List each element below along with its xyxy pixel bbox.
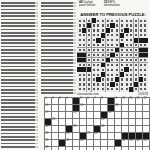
grid-cell bbox=[87, 82, 91, 87]
grid-cell bbox=[106, 87, 110, 92]
grid-cell bbox=[77, 48, 81, 53]
grid-cell[interactable]: 34 bbox=[136, 140, 142, 146]
grid-cell bbox=[115, 23, 119, 28]
grid-cell bbox=[101, 48, 105, 53]
black-cell bbox=[73, 105, 79, 111]
grid-cell bbox=[92, 43, 96, 48]
grid-cell bbox=[96, 82, 100, 87]
grid-cell bbox=[92, 72, 96, 77]
grid-cell[interactable] bbox=[87, 119, 93, 125]
grid-cell bbox=[120, 18, 124, 23]
grid-cell bbox=[110, 18, 114, 23]
clue-number: 6 bbox=[87, 98, 88, 101]
grid-cell bbox=[92, 33, 96, 38]
grid-cell bbox=[143, 58, 147, 63]
black-cell bbox=[120, 72, 124, 77]
black-cell bbox=[134, 82, 138, 87]
clue-number: 4 bbox=[66, 98, 67, 101]
grid-cell bbox=[82, 38, 86, 43]
grid-cell[interactable] bbox=[108, 126, 114, 132]
grid-cell bbox=[82, 18, 86, 23]
grid-cell bbox=[101, 53, 105, 58]
clue-number: 25 bbox=[45, 133, 48, 136]
black-cell bbox=[124, 67, 128, 72]
grid-cell bbox=[92, 28, 96, 33]
black-cell bbox=[82, 58, 86, 63]
grid-cell bbox=[129, 48, 133, 53]
grid-cell[interactable]: 17 bbox=[45, 112, 51, 118]
grid-cell bbox=[101, 43, 105, 48]
grid-cell[interactable] bbox=[52, 105, 58, 111]
black-cell bbox=[106, 58, 110, 63]
grid-cell[interactable]: 31 bbox=[80, 140, 86, 146]
grid-cell[interactable] bbox=[94, 119, 100, 125]
grid-cell bbox=[143, 28, 147, 33]
grid-cell[interactable] bbox=[143, 119, 149, 125]
grid-cell bbox=[87, 63, 91, 68]
grid-cell bbox=[124, 72, 128, 77]
clue-number: 9 bbox=[115, 98, 116, 101]
grid-cell[interactable] bbox=[136, 112, 142, 118]
grid-cell bbox=[124, 82, 128, 87]
answer-to-previous-puzzle-header: ANSWER TO PREVIOUS PUZZLE: bbox=[77, 12, 149, 17]
grid-cell[interactable] bbox=[108, 133, 114, 139]
grid-cell bbox=[139, 28, 143, 33]
grid-cell[interactable] bbox=[94, 112, 100, 118]
grid-cell[interactable]: 27 bbox=[87, 133, 93, 139]
grid-cell bbox=[134, 23, 138, 28]
grid-cell[interactable] bbox=[73, 119, 79, 125]
grid-cell[interactable] bbox=[59, 105, 65, 111]
grid-cell bbox=[110, 67, 114, 72]
clue-number: 27 bbox=[87, 133, 90, 136]
grid-cell bbox=[110, 33, 114, 38]
grid-cell bbox=[120, 82, 124, 87]
grid-cell bbox=[120, 53, 124, 58]
black-cell bbox=[129, 87, 133, 92]
grid-cell[interactable] bbox=[122, 126, 128, 132]
grid-cell[interactable] bbox=[59, 119, 65, 125]
grid-cell bbox=[101, 18, 105, 23]
grid-cell bbox=[129, 23, 133, 28]
clue-48: 48Cockpit panel button bbox=[79, 1, 100, 8]
black-cell bbox=[115, 77, 119, 82]
black-cell bbox=[106, 28, 110, 33]
black-cell bbox=[94, 126, 100, 132]
clue-number: 34 bbox=[136, 140, 139, 143]
grid-cell bbox=[106, 82, 110, 87]
grid-cell[interactable]: 4 bbox=[66, 98, 72, 104]
grid-cell[interactable] bbox=[136, 126, 142, 132]
clue-number: 35 bbox=[143, 140, 146, 143]
grid-cell bbox=[77, 82, 81, 87]
grid-cell bbox=[134, 43, 138, 48]
grid-cell bbox=[82, 82, 86, 87]
grid-cell bbox=[77, 43, 81, 48]
grid-cell[interactable] bbox=[73, 133, 79, 139]
grid-cell[interactable] bbox=[87, 140, 93, 146]
grid-cell bbox=[96, 72, 100, 77]
grid-cell[interactable] bbox=[80, 126, 86, 132]
grid-cell[interactable] bbox=[66, 119, 72, 125]
black-cell bbox=[77, 67, 81, 72]
grid-cell[interactable] bbox=[108, 147, 114, 150]
grid-cell bbox=[96, 23, 100, 28]
grid-cell[interactable] bbox=[122, 105, 128, 111]
grid-cell[interactable]: 23 bbox=[73, 126, 79, 132]
grid-cell[interactable] bbox=[122, 112, 128, 118]
grid-cell[interactable] bbox=[52, 112, 58, 118]
black-cell bbox=[59, 140, 65, 146]
grid-cell bbox=[82, 23, 86, 28]
grid-cell[interactable]: 29 bbox=[45, 140, 51, 146]
grid-cell[interactable] bbox=[129, 119, 135, 125]
grid-cell[interactable] bbox=[129, 112, 135, 118]
grid-cell[interactable]: 30 bbox=[66, 140, 72, 146]
grid-cell[interactable]: 26 bbox=[66, 133, 72, 139]
black-cell bbox=[124, 28, 128, 33]
grid-cell bbox=[143, 87, 147, 92]
grid-cell bbox=[87, 33, 91, 38]
grid-cell bbox=[124, 33, 128, 38]
black-cell bbox=[73, 98, 79, 104]
grid-cell bbox=[92, 48, 96, 53]
puzzle-date: 10/9/18 bbox=[138, 93, 148, 96]
grid-cell bbox=[143, 82, 147, 87]
grid-cell bbox=[139, 58, 143, 63]
grid-cell[interactable] bbox=[101, 140, 107, 146]
black-cell bbox=[134, 38, 138, 43]
clue-number: 17 bbox=[45, 112, 48, 115]
black-cell bbox=[87, 23, 91, 28]
grid-cell bbox=[120, 38, 124, 43]
grid-cell[interactable] bbox=[136, 105, 142, 111]
clue-number: 20 bbox=[52, 119, 55, 122]
grid-cell[interactable] bbox=[59, 147, 65, 150]
clue-column-2-greeked-text bbox=[41, 2, 76, 95]
grid-cell bbox=[92, 82, 96, 87]
grid-cell bbox=[96, 63, 100, 68]
grid-cell bbox=[77, 38, 81, 43]
grid-cell bbox=[110, 28, 114, 33]
grid-cell bbox=[110, 38, 114, 43]
grid-cell bbox=[115, 87, 119, 92]
grid-cell bbox=[96, 33, 100, 38]
clue-number: 11 bbox=[129, 98, 132, 101]
grid-cell bbox=[115, 18, 119, 23]
grid-cell[interactable]: 20 bbox=[52, 119, 58, 125]
grid-cell[interactable]: 18 bbox=[73, 112, 79, 118]
grid-cell bbox=[82, 63, 86, 68]
grid-cell bbox=[115, 38, 119, 43]
grid-cell[interactable] bbox=[66, 147, 72, 150]
grid-cell[interactable]: 2 bbox=[52, 98, 58, 104]
grid-cell[interactable]: 12 bbox=[136, 98, 142, 104]
grid-cell bbox=[139, 67, 143, 72]
grid-cell[interactable]: 11 bbox=[129, 98, 135, 104]
grid-cell bbox=[134, 63, 138, 68]
grid-cell bbox=[120, 48, 124, 53]
grid-cell[interactable]: 8 bbox=[101, 98, 107, 104]
grid-cell bbox=[134, 58, 138, 63]
black-cell bbox=[66, 126, 72, 132]
grid-cell bbox=[96, 53, 100, 58]
crossword-website-credit: stanxwords.com bbox=[77, 93, 99, 96]
grid-cell[interactable]: 24 bbox=[101, 126, 107, 132]
grid-cell bbox=[106, 48, 110, 53]
grid-cell[interactable] bbox=[101, 105, 107, 111]
clue-number: 31 bbox=[80, 140, 83, 143]
grid-cell[interactable] bbox=[80, 147, 86, 150]
grid-cell[interactable] bbox=[59, 112, 65, 118]
black-cell bbox=[45, 119, 51, 125]
grid-cell bbox=[101, 82, 105, 87]
grid-cell bbox=[87, 58, 91, 63]
grid-cell[interactable]: 32 bbox=[122, 140, 128, 146]
grid-cell[interactable] bbox=[143, 112, 149, 118]
grid-cell[interactable] bbox=[52, 140, 58, 146]
black-cell bbox=[115, 140, 121, 146]
grid-cell[interactable]: 22 bbox=[45, 126, 51, 132]
grid-cell bbox=[134, 72, 138, 77]
grid-cell[interactable] bbox=[87, 112, 93, 118]
grid-cell bbox=[120, 87, 124, 92]
grid-cell bbox=[96, 87, 100, 92]
clue-number: 23 bbox=[73, 126, 76, 129]
clue-number: 21 bbox=[101, 119, 104, 122]
grid-cell[interactable] bbox=[129, 126, 135, 132]
grid-cell[interactable] bbox=[143, 147, 149, 150]
grid-cell[interactable] bbox=[87, 147, 93, 150]
grid-cell bbox=[139, 87, 143, 92]
grid-cell bbox=[129, 18, 133, 23]
grid-cell bbox=[77, 72, 81, 77]
grid-cell[interactable] bbox=[66, 112, 72, 118]
grid-cell[interactable] bbox=[143, 105, 149, 111]
grid-cell bbox=[139, 18, 143, 23]
grid-cell[interactable] bbox=[80, 119, 86, 125]
grid-cell bbox=[77, 18, 81, 23]
grid-cell bbox=[115, 63, 119, 68]
grid-cell bbox=[87, 53, 91, 58]
grid-cell[interactable]: 13 bbox=[143, 98, 149, 104]
black-cell bbox=[101, 63, 105, 68]
grid-cell bbox=[139, 23, 143, 28]
grid-cell bbox=[101, 67, 105, 72]
black-cell bbox=[129, 133, 135, 139]
grid-cell[interactable]: 25 bbox=[45, 133, 51, 139]
grid-cell bbox=[134, 28, 138, 33]
grid-cell[interactable] bbox=[129, 147, 135, 150]
grid-cell[interactable] bbox=[66, 105, 72, 111]
grid-cell bbox=[87, 18, 91, 23]
black-cell bbox=[139, 38, 143, 43]
grid-cell[interactable]: 3 bbox=[59, 98, 65, 104]
grid-cell bbox=[101, 23, 105, 28]
grid-cell bbox=[124, 53, 128, 58]
grid-cell bbox=[101, 77, 105, 82]
grid-cell bbox=[129, 82, 133, 87]
grid-cell bbox=[82, 77, 86, 82]
grid-cell[interactable] bbox=[115, 126, 121, 132]
grid-cell bbox=[139, 72, 143, 77]
clue-number: 33 bbox=[129, 140, 132, 143]
black-cell bbox=[139, 53, 143, 58]
clue-number: 10 bbox=[122, 98, 125, 101]
black-cell bbox=[120, 43, 124, 48]
grid-cell bbox=[115, 53, 119, 58]
grid-cell bbox=[92, 53, 96, 58]
clue-number: 16 bbox=[115, 105, 118, 108]
grid-cell bbox=[129, 58, 133, 63]
grid-cell[interactable] bbox=[136, 119, 142, 125]
grid-cell[interactable] bbox=[115, 119, 121, 125]
clue-number: 18 bbox=[73, 112, 76, 115]
grid-cell bbox=[110, 87, 114, 92]
grid-cell bbox=[92, 87, 96, 92]
grid-cell[interactable]: 33 bbox=[129, 140, 135, 146]
grid-cell bbox=[110, 77, 114, 82]
grid-cell[interactable] bbox=[143, 126, 149, 132]
grid-cell bbox=[110, 43, 114, 48]
grid-cell[interactable] bbox=[80, 112, 86, 118]
grid-cell bbox=[82, 87, 86, 92]
grid-cell bbox=[87, 87, 91, 92]
grid-cell[interactable] bbox=[52, 133, 58, 139]
grid-cell bbox=[92, 63, 96, 68]
grid-cell[interactable] bbox=[52, 147, 58, 150]
grid-cell bbox=[120, 63, 124, 68]
grid-cell bbox=[106, 18, 110, 23]
clue-number: 1 bbox=[45, 98, 46, 101]
grid-cell[interactable] bbox=[115, 112, 121, 118]
grid-cell bbox=[106, 67, 110, 72]
grid-cell[interactable]: 21 bbox=[101, 119, 107, 125]
grid-cell[interactable] bbox=[52, 126, 58, 132]
black-cell bbox=[143, 48, 147, 53]
grid-cell[interactable] bbox=[87, 105, 93, 111]
black-cell bbox=[96, 77, 100, 82]
grid-cell[interactable]: 36 bbox=[45, 147, 51, 150]
grid-cell bbox=[115, 72, 119, 77]
grid-cell bbox=[139, 82, 143, 87]
grid-cell bbox=[124, 58, 128, 63]
grid-cell[interactable] bbox=[136, 147, 142, 150]
black-cell bbox=[101, 33, 105, 38]
grid-cell[interactable]: 28 bbox=[94, 133, 100, 139]
grid-cell bbox=[92, 58, 96, 63]
clue-55: 55EMTs destinations bbox=[104, 1, 131, 8]
grid-cell bbox=[124, 63, 128, 68]
grid-cell[interactable]: 19 bbox=[108, 112, 114, 118]
clue-number: 13 bbox=[143, 98, 146, 101]
grid-cell bbox=[106, 53, 110, 58]
grid-cell[interactable] bbox=[115, 147, 121, 150]
grid-cell bbox=[143, 63, 147, 68]
grid-cell bbox=[120, 67, 124, 72]
grid-cell bbox=[96, 58, 100, 63]
grid-cell[interactable] bbox=[115, 133, 121, 139]
grid-cell bbox=[96, 48, 100, 53]
grid-cell bbox=[110, 63, 114, 68]
grid-cell[interactable]: 15 bbox=[80, 105, 86, 111]
grid-cell bbox=[129, 53, 133, 58]
grid-cell[interactable]: 35 bbox=[143, 140, 149, 146]
grid-cell bbox=[82, 48, 86, 53]
grid-cell[interactable] bbox=[108, 140, 114, 146]
black-cell bbox=[143, 133, 149, 139]
grid-cell bbox=[110, 58, 114, 63]
grid-cell[interactable] bbox=[101, 147, 107, 150]
clue-number: 24 bbox=[101, 126, 104, 129]
grid-cell[interactable] bbox=[73, 140, 79, 146]
grid-cell[interactable]: 10 bbox=[122, 98, 128, 104]
grid-cell bbox=[120, 77, 124, 82]
grid-cell[interactable]: 14 bbox=[45, 105, 51, 111]
grid-cell[interactable] bbox=[108, 119, 114, 125]
grid-cell bbox=[101, 28, 105, 33]
grid-cell bbox=[129, 43, 133, 48]
clue-number: 19 bbox=[108, 112, 111, 115]
grid-cell[interactable] bbox=[101, 133, 107, 139]
grid-cell bbox=[124, 38, 128, 43]
grid-cell[interactable]: 7 bbox=[94, 98, 100, 104]
grid-cell[interactable] bbox=[94, 140, 100, 146]
clue-number: 5 bbox=[80, 98, 81, 101]
grid-cell bbox=[115, 58, 119, 63]
clue-number: 36 bbox=[45, 147, 48, 150]
grid-cell bbox=[143, 18, 147, 23]
grid-cell bbox=[87, 38, 91, 43]
blank-puzzle-grid: 1234567891011121314151617181920212223242… bbox=[44, 97, 150, 150]
grid-cell[interactable] bbox=[94, 147, 100, 150]
grid-cell[interactable] bbox=[87, 126, 93, 132]
black-cell bbox=[122, 133, 128, 139]
grid-cell[interactable] bbox=[59, 126, 65, 132]
clue-number: 7 bbox=[94, 98, 95, 101]
black-cell bbox=[96, 38, 100, 43]
grid-cell bbox=[92, 77, 96, 82]
black-cell bbox=[82, 53, 86, 58]
clue-number: 30 bbox=[66, 140, 69, 143]
grid-cell[interactable] bbox=[122, 147, 128, 150]
grid-cell[interactable]: 6 bbox=[87, 98, 93, 104]
grid-cell[interactable]: 16 bbox=[115, 105, 121, 111]
black-cell bbox=[110, 23, 114, 28]
grid-cell bbox=[134, 77, 138, 82]
grid-cell[interactable] bbox=[94, 105, 100, 111]
previous-puzzle-solution-grid bbox=[77, 18, 148, 92]
grid-cell[interactable] bbox=[129, 105, 135, 111]
grid-cell bbox=[139, 33, 143, 38]
grid-cell[interactable] bbox=[59, 133, 65, 139]
grid-cell bbox=[115, 67, 119, 72]
clue-number: 28 bbox=[94, 133, 97, 136]
crossword-newspaper-page: 48Cockpit panel button 55EMTs destinatio… bbox=[0, 0, 150, 150]
grid-cell bbox=[82, 33, 86, 38]
grid-cell bbox=[134, 18, 138, 23]
clue-number: 22 bbox=[45, 126, 48, 129]
grid-cell bbox=[106, 23, 110, 28]
grid-cell bbox=[134, 48, 138, 53]
grid-cell[interactable] bbox=[122, 119, 128, 125]
grid-cell bbox=[139, 43, 143, 48]
black-cell bbox=[108, 105, 114, 111]
grid-cell[interactable] bbox=[73, 147, 79, 150]
black-cell bbox=[143, 38, 147, 43]
black-cell bbox=[82, 67, 86, 72]
grid-cell bbox=[106, 63, 110, 68]
